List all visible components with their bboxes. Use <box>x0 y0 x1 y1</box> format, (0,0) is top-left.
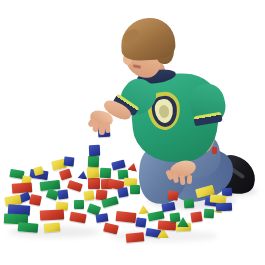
right-finger-3 <box>104 122 110 133</box>
right-hand <box>0 0 265 265</box>
product-photo <box>0 0 265 265</box>
